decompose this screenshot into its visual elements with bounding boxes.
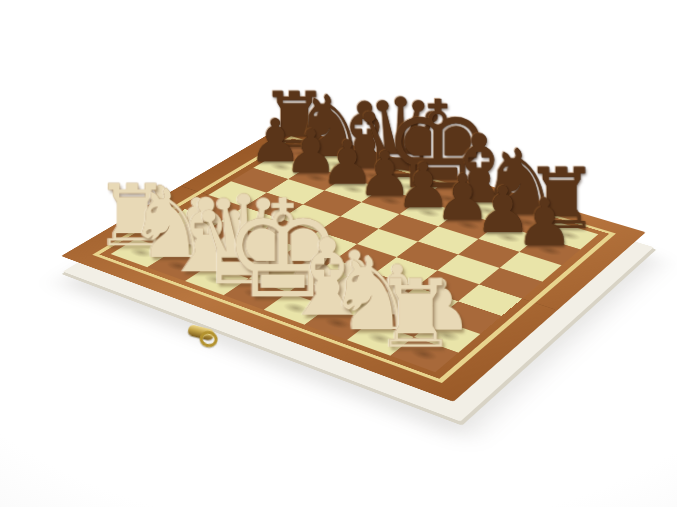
page-background: { "game": "chess", "description": "Foldi…	[0, 0, 677, 507]
piece-shadow	[338, 295, 384, 317]
piece-shadow	[273, 297, 319, 319]
piece-shadow	[314, 312, 361, 334]
square-d4	[296, 231, 357, 259]
piece-shadow	[120, 243, 163, 262]
black-queen: ♛	[334, 84, 467, 194]
board-frame-stripe: ♜♞♝♛♚♝♞♜♟♟♟♟♟♟♟♟♟♟♟♟♟♟♟♟♜♞♝♛♚♝♞♜	[92, 136, 616, 383]
scene: ♜♞♝♛♚♝♞♜♟♟♟♟♟♟♟♟♟♟♟♟♟♟♟♟♜♞♝♛♚♝♞♜	[0, 0, 677, 507]
piece-shadow	[528, 241, 572, 260]
piece-shadow	[487, 228, 530, 247]
piece-shadow	[466, 202, 508, 220]
piece-shadow	[145, 228, 188, 247]
piece-shadow	[233, 283, 278, 304]
board-grid: ♜♞♝♛♚♝♞♜♟♟♟♟♟♟♟♟♟♟♟♟♟♟♟♟♜♞♝♛♚♝♞♜	[111, 143, 599, 372]
piece-shadow	[400, 342, 448, 366]
piece-shadow	[194, 269, 239, 290]
piece-shadow	[356, 327, 403, 350]
piece-shadow	[447, 216, 489, 234]
piece-shadow	[181, 240, 224, 259]
piece-shadow	[296, 170, 336, 187]
chessboard: ♜♞♝♛♚♝♞♜♟♟♟♟♟♟♟♟♟♟♟♟♟♟♟♟♜♞♝♛♚♝♞♜	[61, 125, 646, 402]
